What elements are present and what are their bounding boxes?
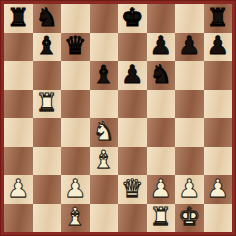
square-b1[interactable]	[33, 204, 62, 233]
piece-black-rook: ♜	[207, 5, 229, 30]
square-e6[interactable]: ♟	[118, 61, 147, 90]
square-b3[interactable]	[33, 147, 62, 176]
square-h2[interactable]: ♟	[204, 175, 233, 204]
square-e8[interactable]: ♚	[118, 4, 147, 33]
square-d7[interactable]	[90, 33, 119, 62]
square-g7[interactable]: ♟	[175, 33, 204, 62]
square-a1[interactable]	[4, 204, 33, 233]
square-h5[interactable]	[204, 90, 233, 119]
piece-black-rook: ♜	[7, 5, 29, 30]
square-h3[interactable]	[204, 147, 233, 176]
square-f1[interactable]: ♜	[147, 204, 176, 233]
square-e3[interactable]	[118, 147, 147, 176]
square-e5[interactable]	[118, 90, 147, 119]
square-d8[interactable]	[90, 4, 119, 33]
square-g2[interactable]: ♟	[175, 175, 204, 204]
square-f7[interactable]: ♟	[147, 33, 176, 62]
square-g3[interactable]	[175, 147, 204, 176]
square-f3[interactable]	[147, 147, 176, 176]
piece-black-pawn: ♟	[207, 33, 229, 58]
piece-white-rook: ♜	[36, 90, 58, 115]
square-f4[interactable]	[147, 118, 176, 147]
square-d2[interactable]	[90, 175, 119, 204]
square-e2[interactable]: ♛	[118, 175, 147, 204]
square-g6[interactable]	[175, 61, 204, 90]
square-c7[interactable]: ♛	[61, 33, 90, 62]
piece-white-pawn: ♟	[207, 176, 229, 201]
piece-white-knight: ♞	[93, 119, 115, 144]
square-a4[interactable]	[4, 118, 33, 147]
piece-black-bishop: ♝	[36, 33, 58, 58]
square-f6[interactable]: ♞	[147, 61, 176, 90]
piece-black-knight: ♞	[36, 5, 58, 30]
square-e7[interactable]	[118, 33, 147, 62]
chess-board: ♜♞♚♜♝♛♟♟♟♝♟♞♜♞♝♟♟♛♟♟♟♝♜♚	[4, 4, 232, 232]
piece-white-pawn: ♟	[7, 176, 29, 201]
board-frame: ♜♞♚♜♝♛♟♟♟♝♟♞♜♞♝♟♟♛♟♟♟♝♜♚	[0, 0, 236, 236]
square-g5[interactable]	[175, 90, 204, 119]
square-c2[interactable]: ♟	[61, 175, 90, 204]
square-h1[interactable]	[204, 204, 233, 233]
square-c5[interactable]	[61, 90, 90, 119]
square-e4[interactable]	[118, 118, 147, 147]
square-a2[interactable]: ♟	[4, 175, 33, 204]
square-b6[interactable]	[33, 61, 62, 90]
piece-black-pawn: ♟	[121, 62, 143, 87]
piece-white-bishop: ♝	[64, 204, 86, 229]
square-a8[interactable]: ♜	[4, 4, 33, 33]
piece-black-bishop: ♝	[93, 62, 115, 87]
square-f5[interactable]	[147, 90, 176, 119]
square-c8[interactable]	[61, 4, 90, 33]
square-b5[interactable]: ♜	[33, 90, 62, 119]
piece-white-rook: ♜	[150, 204, 172, 229]
square-h7[interactable]: ♟	[204, 33, 233, 62]
piece-white-pawn: ♟	[178, 176, 200, 201]
piece-black-knight: ♞	[150, 62, 172, 87]
piece-white-bishop: ♝	[93, 147, 115, 172]
square-h4[interactable]	[204, 118, 233, 147]
square-h6[interactable]	[204, 61, 233, 90]
square-a7[interactable]	[4, 33, 33, 62]
square-b2[interactable]	[33, 175, 62, 204]
piece-black-king: ♚	[121, 5, 143, 30]
square-a5[interactable]	[4, 90, 33, 119]
piece-white-king: ♚	[178, 204, 200, 229]
square-f2[interactable]: ♟	[147, 175, 176, 204]
piece-black-queen: ♛	[64, 33, 86, 58]
square-b7[interactable]: ♝	[33, 33, 62, 62]
square-g1[interactable]: ♚	[175, 204, 204, 233]
piece-black-pawn: ♟	[178, 33, 200, 58]
square-b4[interactable]	[33, 118, 62, 147]
square-d6[interactable]: ♝	[90, 61, 119, 90]
square-d5[interactable]	[90, 90, 119, 119]
piece-white-pawn: ♟	[150, 176, 172, 201]
square-a6[interactable]	[4, 61, 33, 90]
square-c4[interactable]	[61, 118, 90, 147]
square-g4[interactable]	[175, 118, 204, 147]
square-d1[interactable]	[90, 204, 119, 233]
square-d3[interactable]: ♝	[90, 147, 119, 176]
square-h8[interactable]: ♜	[204, 4, 233, 33]
square-e1[interactable]	[118, 204, 147, 233]
piece-white-pawn: ♟	[64, 176, 86, 201]
square-c1[interactable]: ♝	[61, 204, 90, 233]
square-g8[interactable]	[175, 4, 204, 33]
square-c6[interactable]	[61, 61, 90, 90]
square-d4[interactable]: ♞	[90, 118, 119, 147]
square-b8[interactable]: ♞	[33, 4, 62, 33]
piece-black-pawn: ♟	[150, 33, 172, 58]
square-a3[interactable]	[4, 147, 33, 176]
square-c3[interactable]	[61, 147, 90, 176]
square-f8[interactable]	[147, 4, 176, 33]
piece-white-queen: ♛	[121, 176, 143, 201]
